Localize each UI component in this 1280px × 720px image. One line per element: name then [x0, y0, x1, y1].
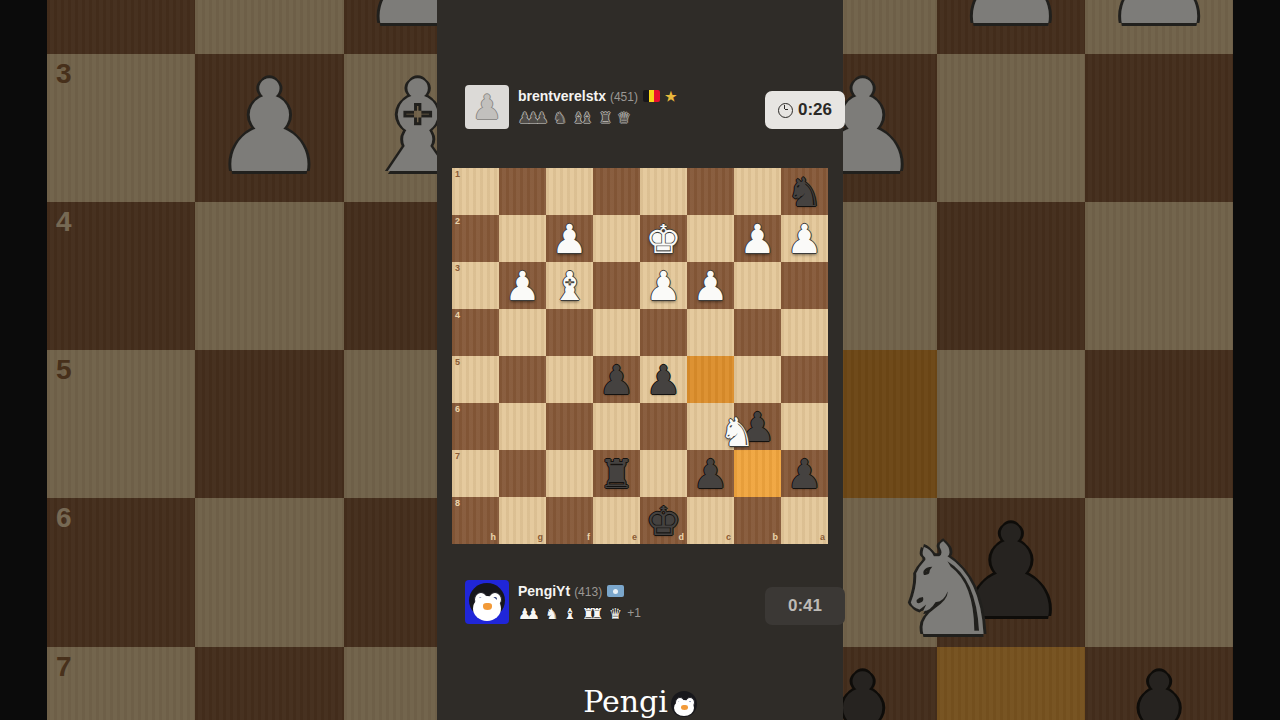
bottom-player-row: PengiYt(413) ♟♟♞♝♜♜♛+1 0:41 — [465, 580, 815, 628]
file-label-f: f — [587, 533, 590, 542]
square-b2[interactable]: ♟ — [734, 215, 781, 262]
rank-label-3: 3 — [455, 264, 460, 273]
right-black-strip — [1233, 0, 1280, 720]
star-icon: ★ — [665, 89, 677, 104]
square-f4[interactable] — [546, 309, 593, 356]
white-pawn: ♟ — [552, 219, 588, 259]
square-h4[interactable]: 4 — [452, 309, 499, 356]
black-pawn: ♟ — [693, 454, 729, 494]
square-a7[interactable]: ♟ — [781, 450, 828, 497]
square-h8[interactable]: 8h — [452, 497, 499, 544]
phone-panel: ♟ brentverelstx(451)★ ♟♟♟♞♝♝♜♛ 0:26 1♞2♟… — [437, 0, 843, 720]
channel-name: Pengi — [583, 684, 668, 720]
square-g3[interactable]: ♟ — [499, 262, 546, 309]
square-c5[interactable] — [687, 356, 734, 403]
square-e6[interactable] — [593, 403, 640, 450]
square-d6[interactable] — [640, 403, 687, 450]
top-player-name[interactable]: brentverelstx(451)★ — [518, 88, 677, 104]
square-b5[interactable] — [734, 356, 781, 403]
square-e5[interactable]: ♟ — [593, 356, 640, 403]
bottom-player-name[interactable]: PengiYt(413) — [518, 583, 624, 599]
square-d8[interactable]: ♚d — [640, 497, 687, 544]
square-h7[interactable]: 7 — [452, 450, 499, 497]
square-e4[interactable] — [593, 309, 640, 356]
square-d4[interactable] — [640, 309, 687, 356]
bottom-player-captured-pieces: ♟♟♞♝♜♜♛+1 — [518, 604, 641, 622]
top-player-captured-pieces: ♟♟♟♞♝♝♜♛ — [518, 109, 636, 127]
top-player-rating: (451) — [610, 90, 638, 104]
square-c7[interactable]: ♟ — [687, 450, 734, 497]
file-label-a: a — [820, 533, 825, 542]
file-label-c: c — [726, 533, 731, 542]
black-rook: ♜ — [599, 454, 635, 494]
white-pawn: ♟ — [505, 266, 541, 306]
black-king: ♚ — [646, 501, 682, 541]
square-a6[interactable] — [781, 403, 828, 450]
square-e1[interactable] — [593, 168, 640, 215]
square-a1[interactable]: ♞ — [781, 168, 828, 215]
square-e3[interactable] — [593, 262, 640, 309]
square-h1[interactable]: 1 — [452, 168, 499, 215]
square-f8[interactable]: f — [546, 497, 593, 544]
square-g6[interactable] — [499, 403, 546, 450]
square-g2[interactable] — [499, 215, 546, 262]
black-pawn: ♟ — [599, 360, 635, 400]
belgium-flag-icon — [643, 90, 660, 102]
square-b1[interactable] — [734, 168, 781, 215]
rank-label-1: 1 — [455, 170, 460, 179]
left-black-strip — [0, 0, 47, 720]
clock-icon — [778, 103, 793, 118]
square-f7[interactable] — [546, 450, 593, 497]
top-player-clock: 0:26 — [765, 91, 845, 129]
square-e8[interactable]: e — [593, 497, 640, 544]
penguin-beak — [483, 603, 492, 610]
square-f5[interactable] — [546, 356, 593, 403]
file-label-h: h — [491, 533, 497, 542]
light-blue-flag-icon — [607, 585, 624, 597]
square-d3[interactable]: ♟ — [640, 262, 687, 309]
white-pawn: ♟ — [740, 219, 776, 259]
file-label-e: e — [632, 533, 637, 542]
bottom-player-avatar[interactable] — [465, 580, 509, 624]
material-advantage: +1 — [627, 606, 641, 620]
white-knight-animating: ♞ — [714, 409, 761, 456]
file-label-b: b — [773, 533, 779, 542]
square-h2[interactable]: 2 — [452, 215, 499, 262]
square-g1[interactable] — [499, 168, 546, 215]
file-label-g: g — [538, 533, 544, 542]
rank-label-8: 8 — [455, 499, 460, 508]
rank-label-5: 5 — [455, 358, 460, 367]
square-a2[interactable]: ♟ — [781, 215, 828, 262]
rank-label-4: 4 — [455, 311, 460, 320]
square-g7[interactable] — [499, 450, 546, 497]
pawn-avatar-icon: ♟ — [472, 90, 502, 124]
channel-watermark: Pengi — [437, 684, 843, 719]
square-g8[interactable]: g — [499, 497, 546, 544]
square-c1[interactable] — [687, 168, 734, 215]
white-king: ♚ — [646, 219, 682, 259]
square-b8[interactable]: b — [734, 497, 781, 544]
square-f2[interactable]: ♟ — [546, 215, 593, 262]
top-player-row: ♟ brentverelstx(451)★ ♟♟♟♞♝♝♜♛ 0:26 — [465, 85, 815, 133]
square-c4[interactable] — [687, 309, 734, 356]
file-label-d: d — [679, 533, 685, 542]
square-h3[interactable]: 3 — [452, 262, 499, 309]
square-b7[interactable] — [734, 450, 781, 497]
rank-label-7: 7 — [455, 452, 460, 461]
bottom-player-clock: 0:41 — [765, 587, 845, 625]
rank-label-6: 6 — [455, 405, 460, 414]
square-a3[interactable] — [781, 262, 828, 309]
top-player-avatar[interactable]: ♟ — [465, 85, 509, 129]
square-b3[interactable] — [734, 262, 781, 309]
square-a5[interactable] — [781, 356, 828, 403]
black-knight: ♞ — [787, 172, 823, 212]
chess-board: 1♞2♟♚♟♟3♟♝♟♟45♟♟6♟7♜♟♟8hgfe♚dcba♞ — [452, 168, 828, 544]
square-c2[interactable] — [687, 215, 734, 262]
square-f3[interactable]: ♝ — [546, 262, 593, 309]
square-c8[interactable]: c — [687, 497, 734, 544]
square-f6[interactable] — [546, 403, 593, 450]
bottom-player-rating: (413) — [574, 585, 602, 599]
penguin-emoji — [671, 691, 697, 717]
square-c3[interactable]: ♟ — [687, 262, 734, 309]
black-pawn: ♟ — [646, 360, 682, 400]
square-b4[interactable] — [734, 309, 781, 356]
square-d7[interactable] — [640, 450, 687, 497]
square-h5[interactable]: 5 — [452, 356, 499, 403]
square-d2[interactable]: ♚ — [640, 215, 687, 262]
square-h6[interactable]: 6 — [452, 403, 499, 450]
white-pawn: ♟ — [693, 266, 729, 306]
square-f1[interactable] — [546, 168, 593, 215]
square-a8[interactable]: a — [781, 497, 828, 544]
square-e7[interactable]: ♜ — [593, 450, 640, 497]
white-pawn: ♟ — [646, 266, 682, 306]
white-pawn: ♟ — [787, 219, 823, 259]
square-g5[interactable] — [499, 356, 546, 403]
rank-label-2: 2 — [455, 217, 460, 226]
square-g4[interactable] — [499, 309, 546, 356]
square-d1[interactable] — [640, 168, 687, 215]
black-pawn: ♟ — [787, 454, 823, 494]
square-a4[interactable] — [781, 309, 828, 356]
square-d5[interactable]: ♟ — [640, 356, 687, 403]
square-e2[interactable] — [593, 215, 640, 262]
white-bishop: ♝ — [552, 266, 588, 306]
